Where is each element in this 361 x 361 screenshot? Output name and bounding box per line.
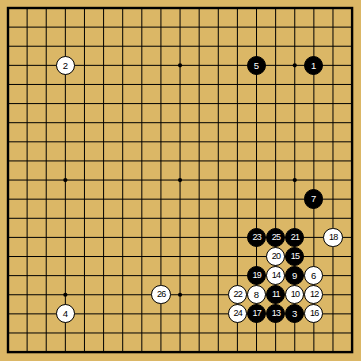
black-stone-move-19: 19	[247, 266, 266, 285]
go-board: 1234567891011121314151617181920212223242…	[0, 0, 361, 361]
black-stone-move-21: 21	[285, 228, 304, 247]
white-stone-move-2: 2	[56, 56, 75, 75]
black-stone-move-9: 9	[285, 266, 304, 285]
white-stone-move-20: 20	[266, 247, 285, 266]
white-stone-move-22: 22	[228, 285, 247, 304]
white-stone-move-6: 6	[304, 266, 323, 285]
black-stone-move-23: 23	[247, 228, 266, 247]
black-stone-move-3: 3	[285, 304, 304, 323]
black-stone-move-17: 17	[247, 304, 266, 323]
white-stone-move-24: 24	[228, 304, 247, 323]
black-stone-move-7: 7	[304, 189, 323, 208]
black-stone-move-5: 5	[247, 56, 266, 75]
white-stone-move-4: 4	[56, 304, 75, 323]
white-stone-move-8: 8	[247, 285, 266, 304]
white-stone-move-14: 14	[266, 266, 285, 285]
white-stone-move-12: 12	[304, 285, 323, 304]
stones-layer: 1234567891011121314151617181920212223242…	[0, 0, 361, 361]
white-stone-move-26: 26	[151, 285, 170, 304]
white-stone-move-10: 10	[285, 285, 304, 304]
white-stone-move-18: 18	[323, 228, 342, 247]
black-stone-move-11: 11	[266, 285, 285, 304]
white-stone-move-16: 16	[304, 304, 323, 323]
black-stone-move-13: 13	[266, 304, 285, 323]
black-stone-move-1: 1	[304, 56, 323, 75]
black-stone-move-15: 15	[285, 247, 304, 266]
black-stone-move-25: 25	[266, 228, 285, 247]
